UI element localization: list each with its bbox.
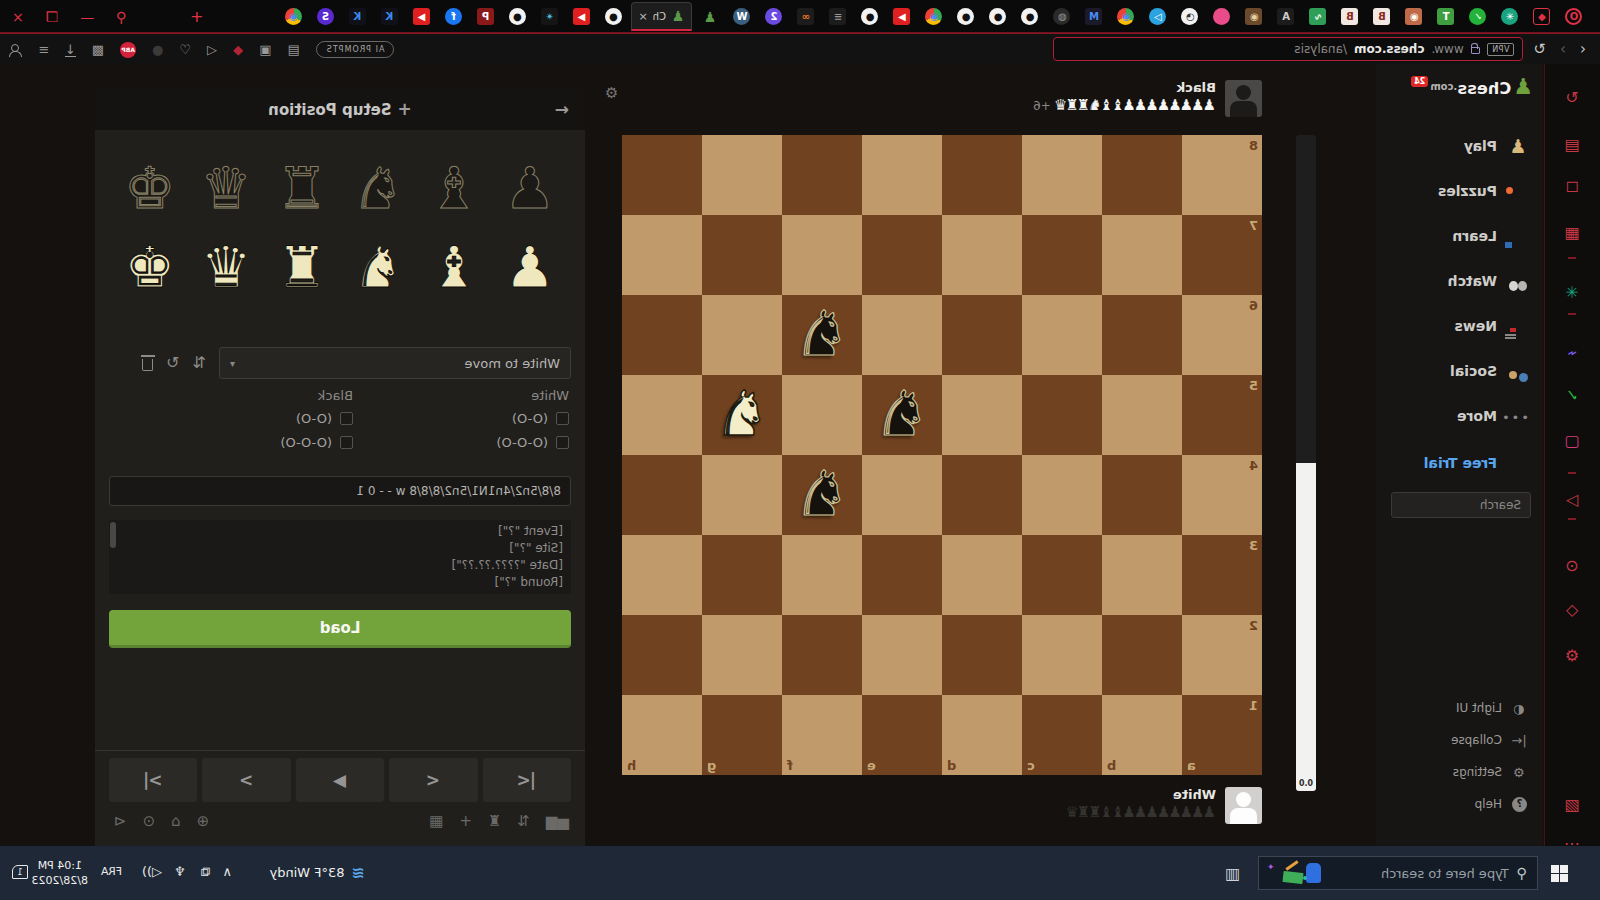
action-center-icon[interactable]: 1 (12, 865, 28, 879)
next-move-button[interactable]: > (202, 758, 290, 802)
square-d3[interactable] (942, 535, 1022, 615)
flip-board-icon[interactable]: ⇅ (193, 355, 206, 371)
square-c8[interactable] (1022, 135, 1102, 215)
browser-tab[interactable]: ● (854, 0, 886, 33)
rank-label: 6 (1249, 298, 1258, 313)
reset-board-icon[interactable]: ↻ (166, 355, 179, 371)
windows-taskbar: ⚲ Type here to search ✦ ▥ e⊞◺ᗢ≋>_≡ ≋83°F… (0, 846, 1600, 900)
white-long-castle-checkbox[interactable] (556, 436, 569, 449)
square-h3[interactable] (622, 535, 702, 615)
browser-toolbar: ‹ › ↻ VPN www.chess.com/analysis AI PROM… (0, 33, 1600, 64)
square-b4[interactable] (1102, 455, 1182, 535)
aria-chatgpt-dock-icon[interactable]: ✳ (1544, 285, 1600, 301)
square-d2[interactable] (942, 615, 1022, 695)
rank-label: 3 (1249, 538, 1258, 553)
square-h6[interactable] (622, 295, 702, 375)
github-favicon: ● (958, 8, 975, 25)
palette-black-b[interactable]: ♝ (416, 150, 492, 229)
browser-tab[interactable]: ◍ (1046, 0, 1078, 33)
file-label: a (1187, 758, 1196, 773)
browser-tab[interactable] (1206, 0, 1238, 33)
ape-favicon: ◉ (1246, 8, 1263, 25)
telegram-favicon: ▷ (1150, 8, 1167, 25)
rank-label: 8 (1249, 138, 1258, 153)
turn-select[interactable]: White to move ▾ (219, 347, 571, 379)
glyph-grey-favicon: ≡ (830, 8, 847, 25)
infinity-orange-favicon: ∞ (798, 8, 815, 25)
play-pawn-icon: ♟ (1507, 137, 1529, 156)
sidebar-item-more[interactable]: •••More (1376, 396, 1543, 436)
browser-tab[interactable]: ◉ (1238, 0, 1270, 33)
profile-icon[interactable] (10, 44, 22, 56)
search-icon: ⚲ (1517, 865, 1527, 881)
browser-tab[interactable]: K (341, 0, 373, 33)
square-a1[interactable]: 1a (1182, 695, 1262, 775)
browser-tab[interactable]: ▷ (1142, 0, 1174, 33)
pgn-scrollbar[interactable] (110, 522, 116, 548)
go-to-end-button[interactable]: >| (109, 758, 197, 802)
rook-icon[interactable]: ♜ (488, 812, 501, 830)
palette-white-q[interactable]: ♛ (188, 229, 264, 308)
file-label: h (627, 758, 636, 773)
square-f1[interactable]: f (782, 695, 862, 775)
chart-icon[interactable]: ▅▆ (546, 812, 569, 830)
square-c2[interactable] (1022, 615, 1102, 695)
palette-black-q[interactable]: ♛ (188, 150, 264, 229)
palette-white-r[interactable]: ♜ (264, 229, 340, 308)
square-b3[interactable] (1102, 535, 1182, 615)
castling-black-header: Black (143, 388, 353, 403)
browser-tab[interactable]: B (1334, 0, 1366, 33)
square-g2[interactable] (702, 615, 782, 695)
messenger-dock-icon[interactable]: ⌁ (1544, 345, 1600, 361)
b-white-favicon: B (1374, 8, 1391, 25)
browser-tab[interactable]: ◉ (918, 0, 950, 33)
two-purple-favicon: 2 (766, 8, 783, 25)
square-a3[interactable]: 3 (1182, 535, 1262, 615)
timer-icon[interactable]: ⊙ (142, 812, 155, 830)
active-tab[interactable]: ♟Ch× (631, 2, 692, 31)
browser-tab[interactable]: ◉ (277, 0, 309, 33)
reload-button[interactable]: ↻ (1533, 40, 1546, 58)
chesscom-sidebar: ♟ Chess .com 24 ♟PlayPuzzlesLearnWatchNe… (1376, 64, 1543, 846)
clock[interactable]: 1:04 PM 8/28/2023 (32, 858, 88, 888)
square-h5[interactable] (622, 375, 702, 455)
browser-tab[interactable]: ● (597, 0, 629, 33)
tab-search-icon[interactable]: ⚲ (116, 10, 126, 24)
clear-board-icon[interactable] (142, 359, 153, 371)
youtube-favicon: ▶ (413, 8, 430, 25)
previous-move-button[interactable]: < (389, 758, 477, 802)
square-h4[interactable] (622, 455, 702, 535)
sidebar-item-label: Puzzles (1438, 183, 1497, 199)
logo-text: Chess (1457, 79, 1511, 98)
square-f7[interactable] (782, 215, 862, 295)
browser-tab[interactable]: ✳ (1494, 0, 1526, 33)
dock-separator (1568, 313, 1576, 315)
square-d4[interactable] (942, 455, 1022, 535)
file-label: f (787, 758, 793, 773)
square-a2[interactable]: 2 (1182, 615, 1262, 695)
square-g1[interactable]: g (702, 695, 782, 775)
browser-tab[interactable]: A (1270, 0, 1302, 33)
palette-black-r[interactable]: ♜ (264, 150, 340, 229)
history-dock-icon[interactable]: ↻ (1544, 90, 1600, 106)
browser-tab[interactable]: ✓ (1462, 0, 1494, 33)
display-network-icon[interactable]: ⧉ (201, 864, 210, 880)
downloads-icon[interactable]: ↓ (65, 43, 76, 57)
white-short-castle-checkbox[interactable] (556, 412, 569, 425)
hidden-icons-expander[interactable]: ∧ (222, 864, 232, 879)
captured-black-pieces: ♟♟♟♟♟♟♟♟♝♝♜♜♛ (1067, 803, 1216, 821)
vpn-badge[interactable]: VPN (1487, 43, 1515, 56)
browser-tab[interactable]: ✴ (533, 0, 565, 33)
minimize-button[interactable]: — (80, 10, 94, 24)
twitch-dock-icon[interactable]: ◻ (1544, 178, 1600, 194)
square-g4[interactable] (702, 455, 782, 535)
browser-tab[interactable]: ▶ (405, 0, 437, 33)
logo-dotcom: .com (1430, 81, 1457, 92)
browser-tab[interactable]: f (437, 0, 469, 33)
restore-button[interactable]: ❐ (46, 10, 59, 24)
square-b2[interactable] (1102, 615, 1182, 695)
palette-white-b[interactable]: ♝ (416, 229, 492, 308)
palette-white-p[interactable]: ♟ (492, 229, 568, 308)
notification-badge: 24 (1411, 76, 1428, 87)
chess-pawn-favicon: ♟ (671, 8, 685, 25)
github-favicon: ● (605, 8, 622, 25)
instagram-dock-icon[interactable]: ▢ (1544, 433, 1600, 449)
sidebar-item-play[interactable]: ♟Play (1376, 126, 1543, 166)
square-h7[interactable] (622, 215, 702, 295)
b-white-favicon: B (1342, 8, 1359, 25)
tab-close-icon[interactable]: × (638, 10, 647, 23)
close-button[interactable]: × (12, 10, 24, 24)
browser-tab[interactable]: ♟ (694, 0, 726, 33)
sidebar-item-help[interactable]: ?Help (1376, 789, 1543, 819)
youtube-favicon: ▶ (573, 8, 590, 25)
load-button[interactable]: Load (109, 610, 571, 648)
square-c6[interactable] (1022, 295, 1102, 375)
square-d6[interactable] (942, 295, 1022, 375)
dribbble-favicon (1214, 8, 1231, 25)
chess-pawn-favicon: ♟ (702, 8, 719, 25)
black-knight-e5[interactable]: ♞ (862, 375, 942, 455)
settings-sliders-icon[interactable]: ≡ (38, 43, 49, 56)
rank-label: 4 (1249, 458, 1258, 473)
share-icon[interactable]: ⊲ (114, 812, 127, 830)
youtube-favicon: ▶ (894, 8, 911, 25)
browser-tab[interactable]: ≡ (822, 0, 854, 33)
square-a4[interactable]: 4 (1182, 455, 1262, 535)
task-view-button[interactable]: ▥ (1225, 864, 1240, 883)
dots-icon: ••• (1507, 408, 1529, 425)
square-f8[interactable] (782, 135, 862, 215)
react-favicon: ✴ (541, 8, 558, 25)
sidebar-item-watch[interactable]: Watch (1376, 261, 1543, 301)
images-dock-icon[interactable]: ▨ (1544, 797, 1600, 813)
white-long-castle-label: (O-O-O) (496, 435, 548, 450)
square-h2[interactable] (622, 615, 702, 695)
file-label: d (947, 758, 956, 773)
board-settings-gear-icon[interactable]: ⚙ (605, 84, 618, 102)
play-button[interactable]: ▶ (296, 758, 384, 802)
fen-input[interactable]: 8/8/5n2/4n1N1/5n2/8/8/8 w - - 0 1 (109, 476, 571, 506)
explorer-icon[interactable]: ⌂ (171, 812, 181, 830)
square-h1[interactable]: h (622, 695, 702, 775)
piece-palette[interactable]: ♟♝♞♜♛♚♟♝♞♜♛♚ (112, 150, 568, 308)
pgn-textarea[interactable]: [Event "?"] [Site "?"] [Date "????.??.??… (109, 520, 571, 594)
new-tab-button[interactable]: + (190, 0, 203, 33)
square-b1[interactable]: b (1102, 695, 1182, 775)
lock-icon (1471, 47, 1480, 54)
sidebar-toggle-icon[interactable]: ▤ (287, 43, 299, 56)
material-advantage: +6 (1033, 99, 1051, 113)
castling-white-header: White (359, 388, 569, 403)
share-icon[interactable]: ◁ (207, 43, 217, 56)
taskbar-search[interactable]: ⚲ Type here to search ✦ (1258, 856, 1538, 890)
browser-tab[interactable]: W (726, 0, 758, 33)
square-d7[interactable] (942, 215, 1022, 295)
square-a5[interactable]: 5 (1182, 375, 1262, 455)
extension-cube-icon[interactable]: ▩ (92, 43, 104, 56)
square-f3[interactable] (782, 535, 862, 615)
tray-time: 1:04 PM (32, 858, 88, 873)
mods-cube-dock-icon[interactable]: ◇ (1544, 602, 1600, 618)
browser-tab[interactable]: ● (501, 0, 533, 33)
square-a6[interactable]: 6 (1182, 295, 1262, 375)
white-short-castle-label: (O-O) (512, 411, 548, 426)
question-icon: ? (1511, 797, 1527, 812)
sidebar-item-label: Play (1464, 138, 1497, 154)
microphone-icon[interactable]: ♆ (174, 864, 186, 879)
square-f2[interactable] (782, 615, 862, 695)
url-domain: chess.com (1354, 42, 1425, 56)
sidebar-item-news[interactable]: News (1376, 306, 1543, 346)
dock-separator (1568, 472, 1576, 474)
pgn-line: [Event "?"] (117, 523, 563, 540)
extensions-bar: AI PROMPTS ▤ ▣ ◆ ◁ ♡ ● ABP ▩ ↓ ≡ (10, 34, 394, 65)
white-avatar[interactable] (1225, 787, 1262, 824)
square-g7[interactable] (702, 215, 782, 295)
wordpress-favicon: W (734, 8, 751, 25)
sidebar-item-label: Social (1450, 363, 1497, 379)
black-knight-f4[interactable]: ♞ (782, 455, 862, 535)
whatsapp-favicon: ✓ (1470, 8, 1487, 25)
adblock-icon[interactable]: ABP (120, 42, 136, 58)
github-favicon: ● (1022, 8, 1039, 25)
square-b6[interactable] (1102, 295, 1182, 375)
black-player-name: Black (1033, 80, 1216, 95)
sidebar-item-puzzles[interactable]: Puzzles (1376, 171, 1543, 211)
url-www: www. (1431, 42, 1463, 56)
sidebar-item-settings[interactable]: ⚙Settings (1376, 757, 1543, 787)
palette-white-k[interactable]: ♚ (112, 229, 188, 308)
browser-tab[interactable]: ● (1014, 0, 1046, 33)
browser-tab[interactable]: M (1078, 0, 1110, 33)
square-c7[interactable] (1022, 215, 1102, 295)
black-short-castle-label: (O-O) (296, 411, 332, 426)
heart-icon[interactable]: ♡ (179, 43, 191, 56)
back-button[interactable]: ‹ (1580, 40, 1586, 58)
chart-green-favicon: ∿ (1310, 8, 1327, 25)
square-e2[interactable] (862, 615, 942, 695)
settings-gear-dock-icon[interactable]: ⚙ (1544, 648, 1600, 664)
square-e3[interactable] (862, 535, 942, 615)
sidebar-bottom-label: Light UI (1456, 701, 1502, 715)
white-knight-g5[interactable]: ♞ (702, 375, 782, 455)
pgn-line: [Date "????.??.??"] (117, 557, 563, 574)
board-tools-right: ⊕⌂⊙⊲ (114, 812, 209, 830)
square-f5[interactable] (782, 375, 862, 455)
clock-dock-icon[interactable]: ⊙ (1544, 558, 1600, 574)
address-bar[interactable]: VPN www.chess.com/analysis (1053, 37, 1523, 61)
panel-divider (95, 750, 585, 751)
browser-tab[interactable]: S (309, 0, 341, 33)
palette-black-n[interactable]: ♞ (340, 150, 416, 229)
tab-strip[interactable]: O◆✳✓T◉BB∿A◉◔▷◉M◍●●●◉▶●≡∞2W♟♟Ch×●▶✴●Pf▶KK… (277, 0, 1590, 33)
github-favicon: ● (509, 8, 526, 25)
boardgrid-icon[interactable]: ▦ (429, 812, 443, 830)
white-player-name: White (1067, 787, 1216, 802)
chesscom-logo[interactable]: ♟ Chess .com 24 (1411, 76, 1533, 98)
palette-white-n[interactable]: ♞ (340, 229, 416, 308)
flip-icon[interactable]: ⇅ (517, 812, 530, 830)
language-indicator[interactable]: FRA (101, 865, 122, 878)
url-path: /analysis (1294, 42, 1347, 56)
square-e6[interactable] (862, 295, 942, 375)
github-favicon: ● (862, 8, 879, 25)
file-label: e (867, 758, 876, 773)
gear-icon: ⚙ (1511, 766, 1527, 779)
browser-tab[interactable]: ● (982, 0, 1014, 33)
sidebar-item-social[interactable]: Social (1376, 351, 1543, 391)
browser-tab[interactable]: 2 (758, 0, 790, 33)
ai-prompts-button[interactable]: AI PROMPTS (316, 41, 395, 58)
square-d5[interactable] (942, 375, 1022, 455)
weather-widget[interactable]: ≋83°F Windy (270, 863, 365, 882)
browser-tab[interactable]: ◔ (1174, 0, 1206, 33)
black-avatar[interactable] (1225, 80, 1262, 117)
whatsapp-dock-icon[interactable]: ✓ (1544, 388, 1600, 404)
browser-tab[interactable]: ▶ (565, 0, 597, 33)
rank-label: 1 (1249, 698, 1258, 713)
screenshot-icon[interactable]: ▣ (259, 43, 271, 56)
square-e1[interactable]: e (862, 695, 942, 775)
browser-tab[interactable]: ◉ (1110, 0, 1142, 33)
a-paren-favicon: A (1278, 8, 1295, 25)
square-b7[interactable] (1102, 215, 1182, 295)
dark-extension-icon[interactable]: ● (152, 43, 163, 56)
browser-tab[interactable]: B (1366, 0, 1398, 33)
speaker-icon[interactable]: ◁)) (142, 864, 162, 879)
start-button[interactable] (1551, 865, 1568, 882)
square-e7[interactable] (862, 215, 942, 295)
gx-control-dock-icon[interactable]: ▦ (1544, 225, 1600, 241)
black-long-castle-label: (O-O-O) (280, 435, 332, 450)
square-c3[interactable] (1022, 535, 1102, 615)
square-c1[interactable]: c (1022, 695, 1102, 775)
square-b5[interactable] (1102, 375, 1182, 455)
browser-tab[interactable]: ∿ (1302, 0, 1334, 33)
square-a8[interactable]: 8 (1182, 135, 1262, 215)
shield-extension-icon[interactable]: ◆ (233, 43, 243, 56)
gx-bag-dock-icon[interactable]: ▤ (1544, 137, 1600, 153)
browser-tab[interactable]: ◆ (1526, 0, 1558, 33)
square-g3[interactable] (702, 535, 782, 615)
castling-white: White (O-O) (O-O-O) (359, 388, 569, 459)
compass-favicon: ◔ (1182, 8, 1199, 25)
square-b8[interactable] (1102, 135, 1182, 215)
browser-tab[interactable]: P (469, 0, 501, 33)
pgn-line: [Site "?"] (117, 540, 563, 557)
square-d8[interactable] (942, 135, 1022, 215)
free-trial-label: Free Trial (1424, 455, 1497, 471)
sidebar-item-free-trial[interactable]: Free Trial (1376, 443, 1543, 483)
square-c5[interactable] (1022, 375, 1102, 455)
panel-title: Setup Position (268, 101, 391, 119)
black-long-castle-checkbox[interactable] (340, 436, 353, 449)
black-knight-f6[interactable]: ♞ (782, 295, 862, 375)
square-g8[interactable] (702, 135, 782, 215)
palette-black-k[interactable]: ♚ (112, 150, 188, 229)
new-setup-plus-icon[interactable]: + (398, 99, 412, 119)
square-e8[interactable] (862, 135, 942, 215)
browser-tab[interactable]: ● (950, 0, 982, 33)
sidebar-item-label: Learn (1452, 228, 1497, 244)
p-red-favicon: P (477, 8, 494, 25)
sidebar-item-learn[interactable]: Learn (1376, 216, 1543, 256)
sidebar-search-input[interactable]: Search (1391, 492, 1531, 518)
captured-white-pieces: ♟♟♟♟♟♟♟♟♝♝♞♜♜♛ (1056, 96, 1216, 114)
go-to-start-button[interactable]: |< (483, 758, 571, 802)
forward-button[interactable]: › (1560, 40, 1566, 58)
black-short-castle-checkbox[interactable] (340, 412, 353, 425)
chess-board[interactable]: 87654321abcdefgh (622, 135, 1262, 775)
browser-tab[interactable]: ◉ (1398, 0, 1430, 33)
rank-label: 5 (1249, 378, 1258, 393)
zoom-icon[interactable]: ⊕ (196, 812, 209, 830)
browser-tab[interactable]: O (1558, 0, 1590, 33)
square-e4[interactable] (862, 455, 942, 535)
taskbar-search-placeholder: Type here to search (1381, 866, 1509, 881)
square-g6[interactable] (702, 295, 782, 375)
tray-date: 8/28/2023 (32, 873, 88, 888)
k-blue-favicon: K (349, 8, 366, 25)
sidebar-bottom-label: Help (1475, 797, 1502, 811)
browser-tab[interactable]: T (1430, 0, 1462, 33)
player-bottom: White ♟♟♟♟♟♟♟♟♝♝♜♜♛ (1067, 787, 1262, 824)
square-d1[interactable]: d (942, 695, 1022, 775)
add-icon[interactable]: + (459, 812, 472, 830)
browser-tab[interactable]: ▶ (886, 0, 918, 33)
browser-tab[interactable]: ∞ (790, 0, 822, 33)
square-a7[interactable]: 7 (1182, 215, 1262, 295)
palette-black-p[interactable]: ♟ (492, 150, 568, 229)
sidebar-item-collapse[interactable]: |←Collapse (1376, 725, 1543, 755)
sidebar-bottom-label: Collapse (1451, 733, 1502, 747)
browser-tab[interactable]: K (373, 0, 405, 33)
half-sun-icon: ◐ (1511, 702, 1527, 715)
player-top: Black ♟♟♟♟♟♟♟♟♝♝♞♜♜♛+6 (1033, 80, 1262, 117)
square-c4[interactable] (1022, 455, 1102, 535)
panel-header: ← +Setup Position (95, 88, 585, 130)
active-tab-title: Ch (653, 11, 666, 22)
player-dock-icon[interactable]: ▷ (1544, 492, 1600, 508)
sidebar-item-light-ui[interactable]: ◐Light UI (1376, 693, 1543, 723)
move-navigation: |<<▶>>| (109, 758, 571, 802)
square-h8[interactable] (622, 135, 702, 215)
